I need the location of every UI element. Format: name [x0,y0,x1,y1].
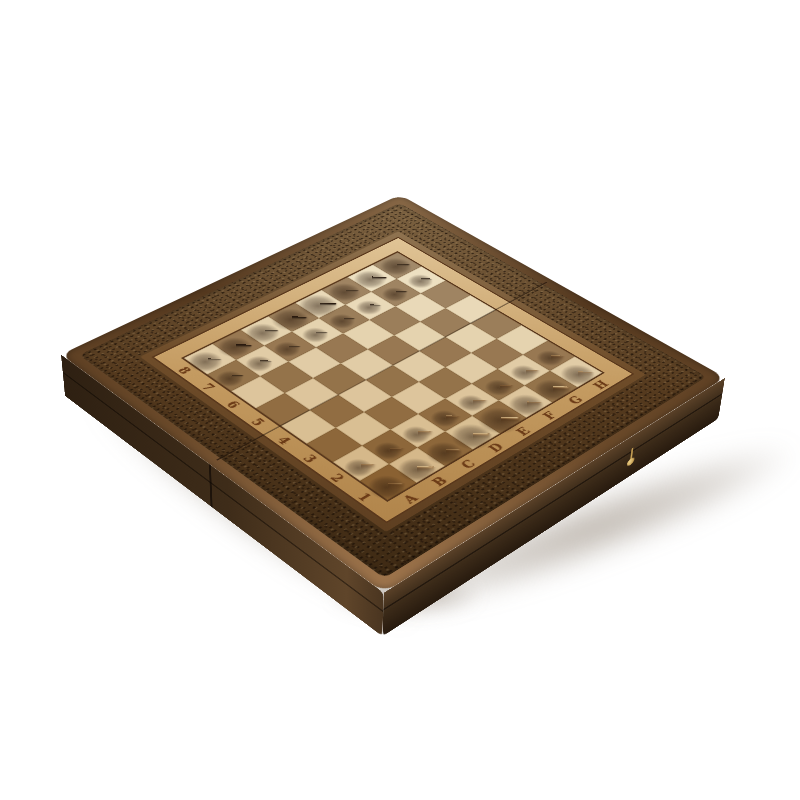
latch-pin-head [627,456,635,467]
perspective-stage: ABCDEFGH12345678 ♜♞♝♛♚♝♞♜♟♟♟♟♟♟♟♟♟♟♟♟♟♟♟… [0,0,800,800]
fold-seam-notch [209,463,213,507]
royal-finial [291,262,298,269]
chess-board-box: ABCDEFGH12345678 ♜♞♝♛♚♝♞♜♟♟♟♟♟♟♟♟♟♟♟♟♟♟♟… [61,195,725,593]
board-top-face: ABCDEFGH12345678 ♜♞♝♛♚♝♞♜♟♟♟♟♟♟♟♟♟♟♟♟♟♟♟… [61,195,725,593]
product-photo-scene: ABCDEFGH12345678 ♜♞♝♛♚♝♞♜♟♟♟♟♟♟♟♟♟♟♟♟♟♟♟… [0,0,800,800]
